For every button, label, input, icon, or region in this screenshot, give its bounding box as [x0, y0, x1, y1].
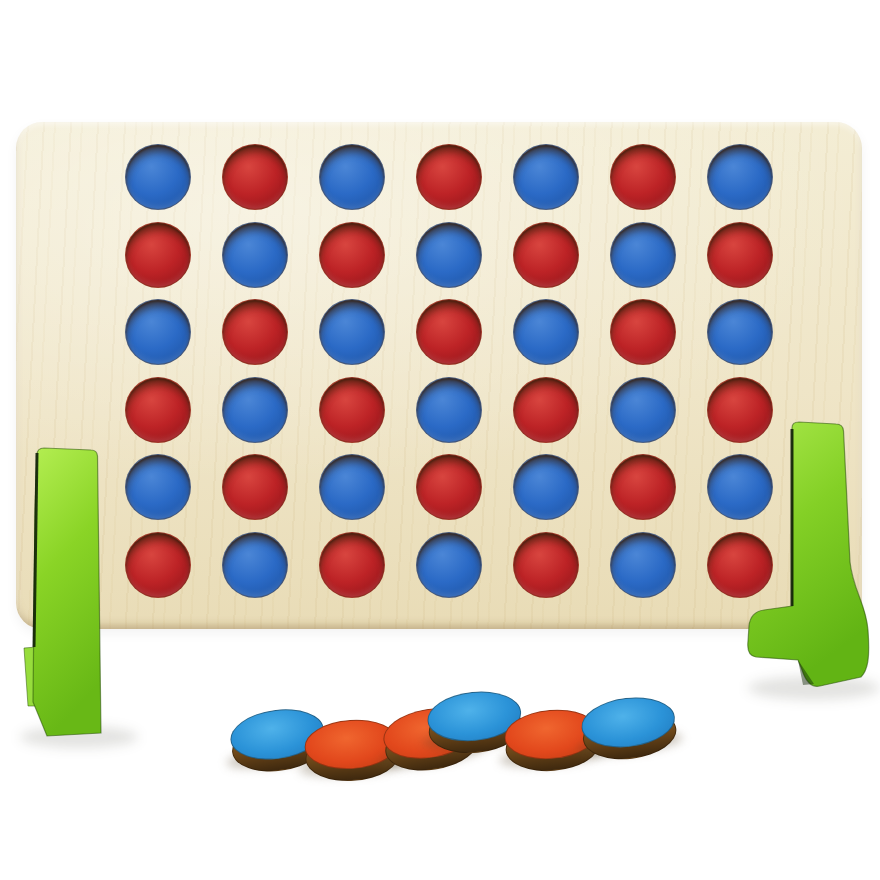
loose-disc-shadow: [378, 737, 486, 773]
hole-r1c1-blue-disc[interactable]: [125, 144, 191, 210]
loose-disc-6-blue[interactable]: [579, 693, 678, 766]
hole-r5c4-red-disc[interactable]: [416, 454, 482, 520]
loose-disc-face: [380, 702, 481, 765]
hole-r2c2-blue-disc[interactable]: [222, 222, 288, 288]
hole-r3c7-blue-disc[interactable]: [707, 299, 773, 365]
hole-r3c5-blue-disc[interactable]: [513, 299, 579, 365]
loose-disc-4-blue[interactable]: [425, 687, 523, 758]
hole-r6c5-red-disc[interactable]: [513, 532, 579, 598]
loose-disc-face: [303, 717, 400, 772]
hole-r3c4-red-disc[interactable]: [416, 299, 482, 365]
hole-r2c7-red-disc[interactable]: [707, 222, 773, 288]
hole-r2c6-blue-disc[interactable]: [610, 222, 676, 288]
loose-disc-face: [227, 704, 327, 766]
loose-disc-face: [425, 687, 524, 746]
hole-r4c2-blue-disc[interactable]: [222, 377, 288, 443]
loose-disc-wood-side: [504, 718, 602, 775]
loose-disc-face: [579, 692, 678, 752]
holes-grid: [125, 144, 771, 596]
loose-disc-wood-side: [426, 699, 525, 758]
hole-r1c5-blue-disc[interactable]: [513, 144, 579, 210]
loose-disc-wood-side: [580, 704, 679, 764]
hole-r3c2-red-disc[interactable]: [222, 299, 288, 365]
loose-disc-shadow: [422, 722, 530, 753]
hole-r5c3-blue-disc[interactable]: [319, 454, 385, 520]
hole-r6c2-blue-disc[interactable]: [222, 532, 288, 598]
hole-r1c7-blue-disc[interactable]: [707, 144, 773, 210]
loose-disc-shadow: [576, 728, 684, 761]
hole-r4c1-red-disc[interactable]: [125, 377, 191, 443]
hole-r6c3-red-disc[interactable]: [319, 532, 385, 598]
hole-r5c5-blue-disc[interactable]: [513, 454, 579, 520]
hole-r2c1-red-disc[interactable]: [125, 222, 191, 288]
left-stand: [6, 440, 118, 748]
hole-r6c6-blue-disc[interactable]: [610, 532, 676, 598]
left-stand-bar: [33, 448, 101, 736]
loose-disc-1-blue[interactable]: [227, 704, 327, 778]
loose-disc-shadow: [225, 739, 333, 774]
loose-disc-wood-side: [382, 714, 483, 777]
hole-r4c4-blue-disc[interactable]: [416, 377, 482, 443]
loose-disc-shadow: [499, 741, 606, 770]
loose-disc-shadow: [298, 752, 405, 779]
hole-r5c2-red-disc[interactable]: [222, 454, 288, 520]
hole-r1c4-red-disc[interactable]: [416, 144, 482, 210]
hole-r6c4-blue-disc[interactable]: [416, 532, 482, 598]
loose-disc-face: [502, 706, 600, 763]
hole-r4c6-blue-disc[interactable]: [610, 377, 676, 443]
loose-disc-5-red[interactable]: [502, 706, 599, 776]
right-stand-body: [748, 422, 869, 686]
hole-r1c3-blue-disc[interactable]: [319, 144, 385, 210]
loose-disc-2-red[interactable]: [303, 717, 399, 785]
loose-disc-3-red[interactable]: [380, 702, 481, 778]
hole-r1c2-red-disc[interactable]: [222, 144, 288, 210]
hole-r3c3-blue-disc[interactable]: [319, 299, 385, 365]
hole-r1c6-red-disc[interactable]: [610, 144, 676, 210]
hole-r3c1-blue-disc[interactable]: [125, 299, 191, 365]
hole-r5c6-red-disc[interactable]: [610, 454, 676, 520]
hole-r4c3-red-disc[interactable]: [319, 377, 385, 443]
hole-r5c1-blue-disc[interactable]: [125, 454, 191, 520]
hole-r6c1-red-disc[interactable]: [125, 532, 191, 598]
hole-r4c5-red-disc[interactable]: [513, 377, 579, 443]
loose-disc-wood-side: [304, 729, 401, 784]
scene: [0, 0, 880, 880]
loose-disc-wood-side: [229, 716, 329, 778]
hole-r3c6-red-disc[interactable]: [610, 299, 676, 365]
hole-r2c4-blue-disc[interactable]: [416, 222, 482, 288]
hole-r2c3-red-disc[interactable]: [319, 222, 385, 288]
right-stand: [736, 414, 880, 710]
hole-r2c5-red-disc[interactable]: [513, 222, 579, 288]
